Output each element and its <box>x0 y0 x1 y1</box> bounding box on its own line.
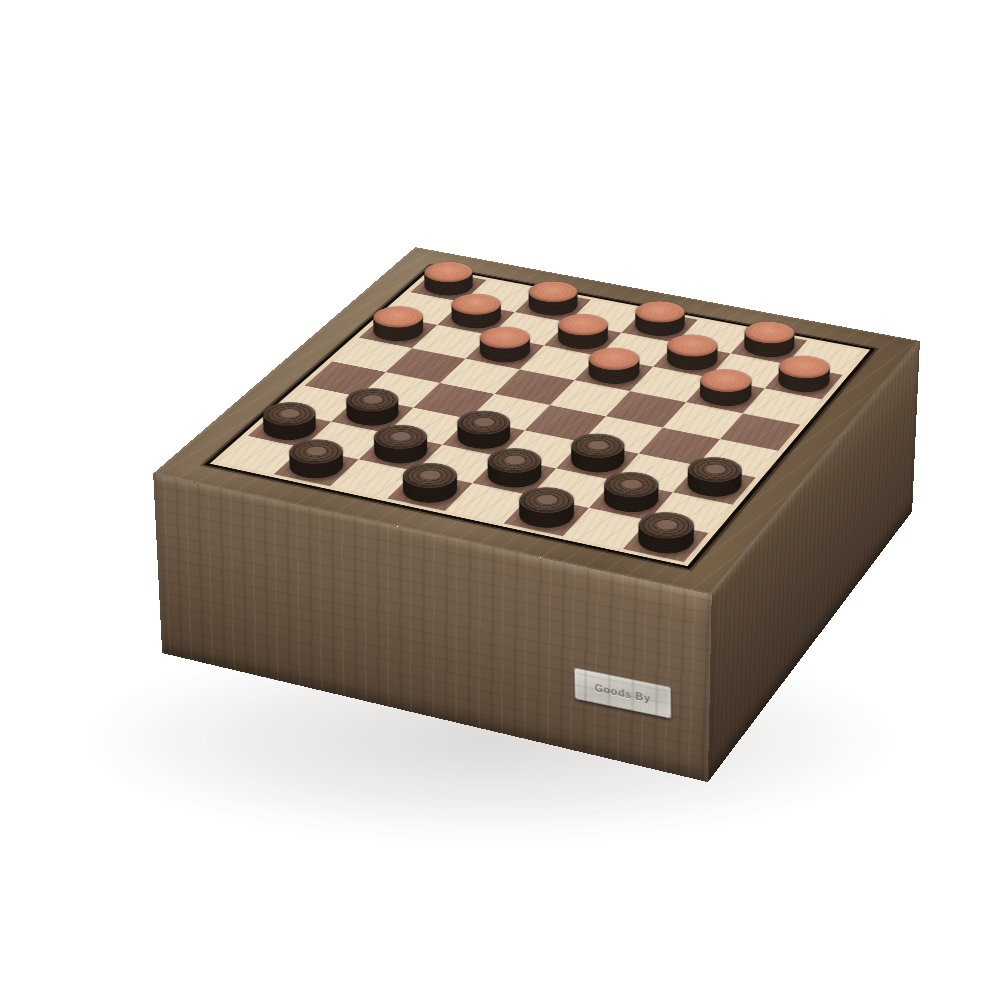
photo-scene: Goods By <box>0 0 1000 1000</box>
red-checker <box>772 367 836 396</box>
checkers-box: Goods By <box>153 247 920 595</box>
square-b1 <box>274 448 359 487</box>
brown-checker <box>631 524 701 558</box>
red-checker <box>693 381 758 410</box>
brand-plate-text: Goods By <box>594 682 650 705</box>
brown-checker <box>281 451 351 483</box>
brand-plate: Goods By <box>574 667 671 718</box>
brown-checker <box>681 469 749 501</box>
